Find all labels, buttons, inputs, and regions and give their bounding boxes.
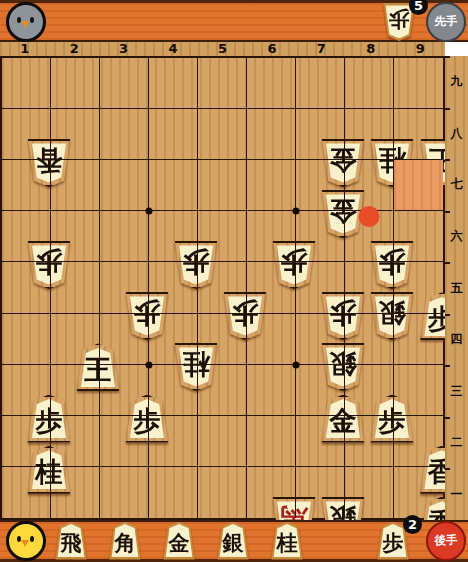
piece-gote-kin[interactable]: 金 <box>162 522 196 560</box>
rank-tick-marks <box>445 56 450 520</box>
board-cell-1-7[interactable]: 歩 <box>2 160 51 211</box>
star-point <box>292 208 299 215</box>
hand-count-badge: 2 <box>403 515 422 534</box>
gote-indicator-label: 後手 <box>435 533 458 548</box>
board-cell-7-2[interactable]: 銀 <box>296 416 345 467</box>
board-cell-6-6[interactable] <box>247 211 296 262</box>
board-cell-8-6[interactable]: 銀 <box>345 211 394 262</box>
file-label-9: 9 <box>396 42 445 56</box>
avatar-beak-icon <box>21 540 29 547</box>
board-cell-5-7[interactable] <box>198 160 247 211</box>
board-cell-4-2[interactable] <box>149 416 198 467</box>
board-cell-9-9[interactable]: 王 <box>394 58 443 109</box>
hand-count-badge: 5 <box>409 0 428 15</box>
board-cell-8-7[interactable]: 歩 <box>345 160 394 211</box>
board-cell-9-2[interactable]: 香 <box>394 416 443 467</box>
board-cell-3-8[interactable] <box>100 109 149 160</box>
board-cell-2-2[interactable] <box>51 416 100 467</box>
file-label-8: 8 <box>346 42 395 56</box>
file-labels: 123456789 <box>0 42 445 56</box>
board-cell-7-1[interactable] <box>296 467 345 518</box>
gote-indicator: 後手 <box>426 521 466 561</box>
board-cell-1-2[interactable] <box>2 416 51 467</box>
avatar-eye-icon <box>30 536 34 542</box>
board-cell-5-8[interactable] <box>198 109 247 160</box>
board-cell-1-1[interactable]: 香 <box>2 467 51 518</box>
sente-indicator-label: 先手 <box>435 14 458 29</box>
board-cell-5-2[interactable] <box>198 416 247 467</box>
shogi-board: 香金桂王金歩歩歩歩歩歩歩銀歩王桂銀歩歩金歩桂香馬銀香香飛 <box>0 56 445 520</box>
board-cell-1-4[interactable]: 歩 <box>2 314 51 365</box>
hand-piece-gin[interactable]: 銀 <box>216 522 250 560</box>
board-cell-5-6[interactable]: 歩 <box>198 211 247 262</box>
piece-glyph: 角 <box>108 522 142 560</box>
shogi-app: 歩5 先手 123456789 香金桂王金歩歩歩歩歩歩歩銀歩王桂銀歩歩金歩桂香馬… <box>0 0 468 562</box>
board-cell-9-4[interactable] <box>394 314 443 365</box>
board-cell-7-6[interactable]: 歩 <box>296 211 345 262</box>
piece-glyph: 桂 <box>270 522 304 560</box>
board-cell-6-2[interactable]: 馬 <box>247 416 296 467</box>
star-point <box>145 361 152 368</box>
hand-piece-kei[interactable]: 桂 <box>270 522 304 560</box>
board-cell-3-5[interactable] <box>100 262 149 313</box>
board-cell-2-1[interactable] <box>51 467 100 518</box>
piece-gote-gin: 銀 <box>216 522 250 560</box>
board-cell-6-5[interactable] <box>247 262 296 313</box>
last-move-marker <box>359 206 380 227</box>
board-cell-8-2[interactable] <box>345 416 394 467</box>
board-cell-2-9[interactable] <box>51 58 100 109</box>
board-cell-1-5[interactable] <box>2 262 51 313</box>
file-label-2: 2 <box>49 42 98 56</box>
board-cell-4-4[interactable] <box>149 314 198 365</box>
board-cell-4-7[interactable]: 歩 <box>149 160 198 211</box>
board-cell-8-8[interactable] <box>345 109 394 160</box>
gote-player-bar: 飛角金銀桂歩2 後手 <box>0 520 468 562</box>
board-cell-7-7[interactable] <box>296 160 345 211</box>
board-cell-6-3[interactable] <box>247 365 296 416</box>
file-label-4: 4 <box>148 42 197 56</box>
board-cell-2-7[interactable] <box>51 160 100 211</box>
board-cell-3-1[interactable] <box>100 467 149 518</box>
sente-hand-tray: 歩5 <box>382 3 416 41</box>
board-cell-7-5[interactable]: 銀 <box>296 262 345 313</box>
board-cell-3-7[interactable] <box>100 160 149 211</box>
board-cell-7-9[interactable]: 金 <box>296 58 345 109</box>
board-cell-9-6[interactable]: 歩 <box>394 211 443 262</box>
hand-piece-fu[interactable]: 歩5 <box>382 3 416 41</box>
board-cell-8-5[interactable] <box>345 262 394 313</box>
file-label-3: 3 <box>99 42 148 56</box>
board-cell-1-9[interactable]: 香 <box>2 58 51 109</box>
hand-piece-kaku[interactable]: 角 <box>108 522 142 560</box>
piece-glyph: 金 <box>162 522 196 560</box>
board-cell-5-9[interactable] <box>198 58 247 109</box>
board-cell-9-5[interactable] <box>394 262 443 313</box>
board-cell-2-3[interactable] <box>51 365 100 416</box>
file-label-5: 5 <box>198 42 247 56</box>
gote-avatar <box>6 521 46 561</box>
board-cell-8-4[interactable]: 歩 <box>345 314 394 365</box>
board-cell-3-3[interactable] <box>100 365 149 416</box>
gote-hand-tray: 飛角金銀桂歩2 <box>54 522 426 560</box>
sente-avatar <box>6 2 46 42</box>
piece-gote-gin[interactable]: 銀 <box>216 522 250 560</box>
avatar-beak-icon <box>21 21 29 28</box>
piece-gote-hi[interactable]: 飛 <box>54 522 88 560</box>
piece-gote-kei: 桂 <box>270 522 304 560</box>
sente-player-bar: 歩5 先手 <box>0 0 468 42</box>
board-cell-9-3[interactable]: 香 <box>394 365 443 416</box>
piece-glyph: 飛 <box>54 522 88 560</box>
board-cell-8-9[interactable]: 桂 <box>345 58 394 109</box>
board-cell-4-1[interactable] <box>149 467 198 518</box>
piece-gote-hi: 飛 <box>54 522 88 560</box>
board-cell-2-8[interactable] <box>51 109 100 160</box>
board-cell-9-8[interactable] <box>394 109 443 160</box>
board-cell-3-4[interactable]: 歩 <box>100 314 149 365</box>
board-cell-5-5[interactable] <box>198 262 247 313</box>
piece-gote-kaku: 角 <box>108 522 142 560</box>
board-cell-9-1[interactable]: 飛 <box>394 467 443 518</box>
board-cell-3-2[interactable] <box>100 416 149 467</box>
board-cell-6-9[interactable] <box>247 58 296 109</box>
board-cell-4-9[interactable] <box>149 58 198 109</box>
piece-gote-kin: 金 <box>162 522 196 560</box>
board-cell-5-3[interactable] <box>198 365 247 416</box>
board-cell-6-7[interactable]: 歩 <box>247 160 296 211</box>
board-cell-2-6[interactable] <box>51 211 100 262</box>
star-point <box>292 361 299 368</box>
board-cell-8-1[interactable] <box>345 467 394 518</box>
board-cell-2-5[interactable]: 王 <box>51 262 100 313</box>
board-cell-6-8[interactable] <box>247 109 296 160</box>
avatar-eye-icon <box>30 17 34 23</box>
board-cell-7-3[interactable] <box>296 365 345 416</box>
file-label-6: 6 <box>247 42 296 56</box>
board-cell-3-9[interactable] <box>100 58 149 109</box>
board-cell-4-3[interactable] <box>149 365 198 416</box>
board-cell-3-6[interactable]: 歩 <box>100 211 149 262</box>
board-cell-9-7[interactable] <box>394 160 443 211</box>
board-cell-1-6[interactable] <box>2 211 51 262</box>
board-cell-1-8[interactable] <box>2 109 51 160</box>
board-cell-1-3[interactable]: 桂 <box>2 365 51 416</box>
board-cell-5-1[interactable] <box>198 467 247 518</box>
hand-piece-fu[interactable]: 歩2 <box>376 522 410 560</box>
board-cell-5-4[interactable] <box>198 314 247 365</box>
piece-gote-kei[interactable]: 桂 <box>270 522 304 560</box>
hand-piece-kin[interactable]: 金 <box>162 522 196 560</box>
sente-indicator: 先手 <box>426 2 466 42</box>
hand-piece-hi[interactable]: 飛 <box>54 522 88 560</box>
board-cell-7-8[interactable]: 金 <box>296 109 345 160</box>
board-cell-7-4[interactable]: 金 <box>296 314 345 365</box>
board-cell-4-8[interactable] <box>149 109 198 160</box>
piece-gote-kaku[interactable]: 角 <box>108 522 142 560</box>
board-cell-8-3[interactable] <box>345 365 394 416</box>
board-cell-6-4[interactable] <box>247 314 296 365</box>
board-cell-6-1[interactable] <box>247 467 296 518</box>
file-label-7: 7 <box>297 42 346 56</box>
board-cell-2-4[interactable] <box>51 314 100 365</box>
board-cell-4-6[interactable] <box>149 211 198 262</box>
piece-glyph: 銀 <box>216 522 250 560</box>
board-cell-4-5[interactable]: 桂 <box>149 262 198 313</box>
star-point <box>145 208 152 215</box>
file-label-1: 1 <box>0 42 49 56</box>
